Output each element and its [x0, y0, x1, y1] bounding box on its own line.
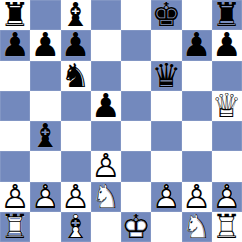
- black-piece-glyph: ♟: [61, 28, 91, 61]
- square-b8[interactable]: [30, 0, 60, 30]
- square-f7[interactable]: [151, 30, 181, 60]
- square-d3[interactable]: ♟♙: [91, 151, 121, 181]
- black-piece-glyph: ♟: [212, 28, 242, 61]
- white-piece-outline-glyph: ♘: [182, 210, 212, 242]
- square-a1[interactable]: ♜♖: [0, 212, 30, 242]
- white-piece-outline-glyph: ♙: [182, 179, 212, 212]
- square-b6[interactable]: [30, 61, 60, 91]
- piece-black-bishop[interactable]: ♝: [30, 121, 60, 151]
- white-piece-glyph: ♟: [91, 149, 121, 182]
- square-g1[interactable]: ♞♘: [182, 212, 212, 242]
- square-h8[interactable]: ♜: [212, 0, 242, 30]
- square-f5[interactable]: [151, 91, 181, 121]
- square-e2[interactable]: [121, 182, 151, 212]
- piece-black-rook[interactable]: ♜: [212, 0, 242, 30]
- black-piece-glyph: ♚: [152, 0, 182, 31]
- square-c1[interactable]: ♝♗: [61, 212, 91, 242]
- square-d6[interactable]: [91, 61, 121, 91]
- square-d1[interactable]: [91, 212, 121, 242]
- piece-white-pawn[interactable]: ♟♙: [151, 182, 181, 212]
- piece-white-bishop[interactable]: ♝♗: [61, 212, 91, 242]
- white-piece-outline-glyph: ♙: [0, 179, 30, 212]
- square-c4[interactable]: [61, 121, 91, 151]
- white-piece-glyph: ♜: [0, 210, 30, 242]
- white-piece-outline-glyph: ♙: [91, 149, 121, 182]
- square-a4[interactable]: [0, 121, 30, 151]
- black-piece-glyph: ♟: [0, 28, 30, 61]
- piece-white-pawn[interactable]: ♟♙: [0, 182, 30, 212]
- square-c3[interactable]: [61, 151, 91, 181]
- white-piece-outline-glyph: ♘: [91, 179, 121, 212]
- square-g7[interactable]: ♟: [182, 30, 212, 60]
- square-g5[interactable]: [182, 91, 212, 121]
- square-g6[interactable]: [182, 61, 212, 91]
- square-a5[interactable]: [0, 91, 30, 121]
- piece-black-king[interactable]: ♚: [151, 0, 181, 30]
- square-d5[interactable]: ♟: [91, 91, 121, 121]
- square-e4[interactable]: [121, 121, 151, 151]
- square-a7[interactable]: ♟: [0, 30, 30, 60]
- white-piece-outline-glyph: ♙: [31, 179, 61, 212]
- square-h7[interactable]: ♟: [212, 30, 242, 60]
- piece-black-queen[interactable]: ♛: [151, 61, 181, 91]
- square-e8[interactable]: [121, 0, 151, 30]
- piece-black-pawn[interactable]: ♟: [30, 30, 60, 60]
- black-piece-glyph: ♜: [212, 0, 242, 31]
- piece-black-pawn[interactable]: ♟: [61, 30, 91, 60]
- square-c2[interactable]: ♟♙: [61, 182, 91, 212]
- black-piece-glyph: ♝: [61, 0, 91, 31]
- piece-white-queen[interactable]: ♛♕: [212, 91, 242, 121]
- piece-black-pawn[interactable]: ♟: [91, 91, 121, 121]
- white-piece-glyph: ♟: [212, 179, 242, 212]
- white-piece-outline-glyph: ♗: [61, 210, 91, 242]
- white-piece-outline-glyph: ♙: [212, 179, 242, 212]
- piece-white-pawn[interactable]: ♟♙: [212, 182, 242, 212]
- square-h5[interactable]: ♛♕: [212, 91, 242, 121]
- white-piece-outline-glyph: ♙: [152, 179, 182, 212]
- chess-board: ♜♝♚♜♟♟♟♟♟♞♛♟♛♕♝♟♙♟♙♟♙♟♙♞♘♟♙♟♙♟♙♜♖♝♗♚♔♞♘♜…: [0, 0, 242, 242]
- piece-white-rook[interactable]: ♜♖: [0, 212, 30, 242]
- white-piece-glyph: ♞: [182, 210, 212, 242]
- square-g4[interactable]: [182, 121, 212, 151]
- white-piece-glyph: ♟: [31, 179, 61, 212]
- square-b4[interactable]: ♝: [30, 121, 60, 151]
- piece-white-king[interactable]: ♚♔: [121, 212, 151, 242]
- white-piece-glyph: ♝: [61, 210, 91, 242]
- white-piece-glyph: ♟: [61, 179, 91, 212]
- square-f3[interactable]: [151, 151, 181, 181]
- square-c7[interactable]: ♟: [61, 30, 91, 60]
- piece-black-pawn[interactable]: ♟: [212, 30, 242, 60]
- square-b1[interactable]: [30, 212, 60, 242]
- black-piece-glyph: ♞: [61, 58, 91, 91]
- square-g8[interactable]: [182, 0, 212, 30]
- piece-black-rook[interactable]: ♜: [0, 0, 30, 30]
- piece-black-knight[interactable]: ♞: [61, 61, 91, 91]
- square-h1[interactable]: ♜♖: [212, 212, 242, 242]
- square-a3[interactable]: [0, 151, 30, 181]
- black-piece-glyph: ♟: [91, 89, 121, 122]
- white-piece-outline-glyph: ♖: [212, 210, 242, 242]
- black-piece-glyph: ♜: [0, 0, 30, 31]
- square-b5[interactable]: [30, 91, 60, 121]
- white-piece-glyph: ♚: [121, 210, 151, 242]
- piece-white-pawn[interactable]: ♟♙: [91, 151, 121, 181]
- square-d2[interactable]: ♞♘: [91, 182, 121, 212]
- square-b2[interactable]: ♟♙: [30, 182, 60, 212]
- black-piece-glyph: ♝: [31, 119, 61, 152]
- square-d8[interactable]: [91, 0, 121, 30]
- black-piece-glyph: ♛: [152, 58, 182, 91]
- square-d4[interactable]: [91, 121, 121, 151]
- square-e3[interactable]: [121, 151, 151, 181]
- square-h3[interactable]: [212, 151, 242, 181]
- piece-white-pawn[interactable]: ♟♙: [182, 182, 212, 212]
- white-piece-glyph: ♜: [212, 210, 242, 242]
- square-h6[interactable]: [212, 61, 242, 91]
- white-piece-glyph: ♟: [0, 179, 30, 212]
- square-e7[interactable]: [121, 30, 151, 60]
- square-e1[interactable]: ♚♔: [121, 212, 151, 242]
- black-piece-glyph: ♟: [182, 28, 212, 61]
- piece-white-pawn[interactable]: ♟♙: [61, 182, 91, 212]
- white-piece-glyph: ♟: [182, 179, 212, 212]
- square-f6[interactable]: ♛: [151, 61, 181, 91]
- square-f4[interactable]: [151, 121, 181, 151]
- white-piece-glyph: ♛: [212, 89, 242, 122]
- square-g2[interactable]: ♟♙: [182, 182, 212, 212]
- square-a2[interactable]: ♟♙: [0, 182, 30, 212]
- white-piece-outline-glyph: ♔: [121, 210, 151, 242]
- piece-white-knight[interactable]: ♞♘: [182, 212, 212, 242]
- square-e5[interactable]: [121, 91, 151, 121]
- black-piece-glyph: ♟: [31, 28, 61, 61]
- square-e6[interactable]: [121, 61, 151, 91]
- piece-black-bishop[interactable]: ♝: [61, 0, 91, 30]
- square-a6[interactable]: [0, 61, 30, 91]
- white-piece-glyph: ♞: [91, 179, 121, 212]
- piece-white-rook[interactable]: ♜♖: [212, 212, 242, 242]
- piece-black-pawn[interactable]: ♟: [182, 30, 212, 60]
- square-c5[interactable]: [61, 91, 91, 121]
- white-piece-outline-glyph: ♖: [0, 210, 30, 242]
- square-f8[interactable]: ♚: [151, 0, 181, 30]
- piece-black-pawn[interactable]: ♟: [0, 30, 30, 60]
- square-d7[interactable]: [91, 30, 121, 60]
- square-b3[interactable]: [30, 151, 60, 181]
- square-h4[interactable]: [212, 121, 242, 151]
- square-f1[interactable]: [151, 212, 181, 242]
- white-piece-outline-glyph: ♙: [61, 179, 91, 212]
- piece-white-knight[interactable]: ♞♘: [91, 182, 121, 212]
- piece-white-pawn[interactable]: ♟♙: [30, 182, 60, 212]
- square-f2[interactable]: ♟♙: [151, 182, 181, 212]
- square-g3[interactable]: [182, 151, 212, 181]
- white-piece-outline-glyph: ♕: [212, 89, 242, 122]
- white-piece-glyph: ♟: [152, 179, 182, 212]
- square-a8[interactable]: ♜: [0, 0, 30, 30]
- square-c6[interactable]: ♞: [61, 61, 91, 91]
- square-b7[interactable]: ♟: [30, 30, 60, 60]
- square-h2[interactable]: ♟♙: [212, 182, 242, 212]
- square-c8[interactable]: ♝: [61, 0, 91, 30]
